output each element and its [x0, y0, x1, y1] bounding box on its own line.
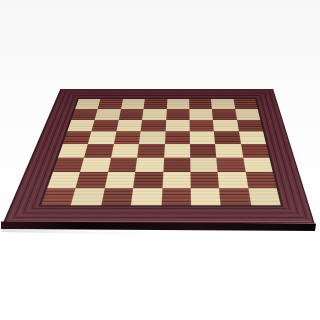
square-a8: [75, 99, 101, 109]
square-h6: [236, 120, 262, 132]
board-playfield: [38, 98, 283, 207]
square-c2: [104, 172, 135, 188]
square-d4: [137, 144, 164, 158]
square-g1: [219, 188, 251, 205]
square-e6: [165, 120, 189, 132]
square-g8: [211, 99, 235, 109]
square-b3: [80, 157, 111, 172]
square-e8: [166, 99, 189, 109]
square-g5: [214, 131, 241, 144]
square-g3: [216, 157, 245, 172]
square-a6: [67, 120, 95, 132]
square-d7: [142, 109, 166, 120]
square-c4: [110, 144, 138, 158]
square-d8: [143, 99, 166, 109]
square-b7: [94, 109, 120, 120]
square-e2: [161, 172, 190, 188]
square-e7: [165, 109, 189, 120]
square-a2: [47, 172, 80, 188]
square-f7: [189, 109, 213, 120]
square-h1: [247, 188, 280, 205]
square-c5: [113, 131, 140, 144]
square-c6: [116, 120, 142, 132]
board-frame-top: [57, 89, 275, 98]
square-b4: [84, 144, 113, 158]
square-g6: [213, 120, 239, 132]
square-h2: [245, 172, 276, 188]
square-f1: [190, 188, 220, 205]
square-c1: [100, 188, 132, 205]
chess-board: [2, 89, 314, 223]
square-g7: [212, 109, 237, 120]
product-photo: [0, 0, 320, 320]
square-a4: [58, 144, 88, 158]
square-e1: [160, 188, 190, 205]
square-c7: [118, 109, 143, 120]
square-d3: [135, 157, 163, 172]
square-f8: [189, 99, 212, 109]
square-h4: [240, 144, 269, 158]
square-b8: [98, 99, 123, 109]
square-d6: [140, 120, 165, 132]
perspective-scene: [0, 0, 320, 320]
square-f4: [189, 144, 216, 158]
square-a1: [41, 188, 76, 205]
square-d5: [139, 131, 165, 144]
board-frame-bottom: [4, 205, 313, 222]
square-h5: [238, 131, 265, 144]
square-c8: [120, 99, 144, 109]
square-c3: [107, 157, 136, 172]
square-a3: [52, 157, 84, 172]
square-b5: [88, 131, 116, 144]
square-b2: [75, 172, 107, 188]
square-e3: [162, 157, 189, 172]
square-e4: [163, 144, 189, 158]
square-d1: [130, 188, 161, 205]
square-a7: [71, 109, 98, 120]
square-f2: [190, 172, 219, 188]
square-h8: [233, 99, 257, 109]
square-h3: [242, 157, 272, 172]
square-a5: [62, 131, 91, 144]
square-b6: [91, 120, 118, 132]
square-g2: [217, 172, 247, 188]
perspective-skew: [0, 0, 320, 320]
square-g4: [215, 144, 243, 158]
square-f5: [189, 131, 215, 144]
square-b1: [71, 188, 105, 205]
square-h7: [234, 109, 259, 120]
square-f6: [189, 120, 214, 132]
square-e5: [164, 131, 189, 144]
square-d2: [133, 172, 163, 188]
square-f3: [190, 157, 218, 172]
